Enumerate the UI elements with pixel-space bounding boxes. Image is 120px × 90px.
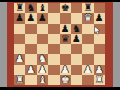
board-square[interactable] (82, 34, 93, 44)
piece-white-pawn[interactable]: ♟ (83, 65, 92, 75)
piece-black-king[interactable]: ♚ (61, 3, 70, 13)
board-square[interactable] (48, 44, 59, 54)
board-square[interactable] (48, 13, 59, 23)
piece-black-pawn[interactable]: ♟ (95, 13, 104, 23)
board-square[interactable] (60, 54, 71, 64)
piece-white-rook[interactable]: ♜ (15, 75, 24, 85)
board-square[interactable]: ♜ (94, 75, 105, 85)
board-square[interactable] (82, 24, 93, 34)
board-square[interactable] (25, 44, 36, 54)
board-square[interactable]: ♟ (14, 54, 25, 64)
board-square[interactable]: ♛ (60, 34, 71, 44)
board-square[interactable]: ♛ (82, 13, 93, 23)
piece-white-bishop[interactable]: ♝ (38, 75, 47, 85)
board-square[interactable]: ♜ (14, 3, 25, 13)
piece-black-knight[interactable]: ♞ (72, 24, 81, 34)
board-square[interactable] (94, 34, 105, 44)
board-square[interactable] (25, 75, 36, 85)
board-square[interactable]: ♜ (14, 75, 25, 85)
board-square[interactable] (14, 65, 25, 75)
piece-black-knight[interactable]: ♞ (27, 3, 36, 13)
board-square[interactable] (60, 13, 71, 23)
board-square[interactable] (25, 34, 36, 44)
right-gutter (113, 2, 120, 87)
piece-black-pawn[interactable]: ♟ (15, 13, 24, 23)
board-square[interactable] (82, 54, 93, 64)
board-square[interactable]: ♞ (71, 24, 82, 34)
left-gutter (0, 2, 7, 87)
board-square[interactable] (71, 54, 82, 64)
board-square[interactable] (82, 44, 93, 54)
piece-black-rook[interactable]: ♜ (15, 3, 24, 13)
board-square[interactable]: ♟ (37, 65, 48, 75)
board-square[interactable] (25, 54, 36, 64)
board-square[interactable] (94, 3, 105, 13)
board-square[interactable] (71, 65, 82, 75)
board-square[interactable] (37, 24, 48, 34)
board-square[interactable]: ♝ (37, 3, 48, 13)
piece-white-king[interactable]: ♚ (61, 75, 70, 85)
piece-black-pawn[interactable]: ♟ (38, 13, 47, 23)
piece-white-knight[interactable]: ♞ (38, 54, 47, 64)
board-square[interactable] (82, 75, 93, 85)
board-square[interactable] (48, 54, 59, 64)
board-square[interactable]: ♞ (37, 54, 48, 64)
board-square[interactable]: ♚ (60, 3, 71, 13)
piece-black-rook[interactable]: ♜ (83, 3, 92, 13)
board-square[interactable] (37, 34, 48, 44)
board-square[interactable] (37, 44, 48, 54)
board-square[interactable] (14, 24, 25, 34)
piece-white-pawn[interactable]: ♟ (15, 54, 24, 64)
board-square[interactable]: ♟ (71, 34, 82, 44)
piece-white-pawn[interactable]: ♟ (61, 65, 70, 75)
board-square[interactable] (48, 65, 59, 75)
board-square[interactable] (71, 75, 82, 85)
board-square[interactable] (48, 75, 59, 85)
piece-white-pawn[interactable]: ♟ (95, 65, 104, 75)
board-square[interactable] (48, 3, 59, 13)
board-square[interactable] (71, 44, 82, 54)
board-square[interactable]: ♝ (37, 75, 48, 85)
piece-black-pawn[interactable]: ♟ (61, 24, 70, 34)
board-square[interactable]: ♟ (25, 65, 36, 75)
piece-white-pawn[interactable]: ♟ (27, 65, 36, 75)
piece-white-rook[interactable]: ♜ (95, 75, 104, 85)
piece-black-bishop[interactable]: ♝ (38, 3, 47, 13)
board-square[interactable]: ♚ (60, 75, 71, 85)
board-square[interactable]: ♜ (82, 3, 93, 13)
board-square[interactable]: ♞ (25, 3, 36, 13)
board-square[interactable]: ♟ (25, 13, 36, 23)
board-square[interactable] (71, 3, 82, 13)
board-square[interactable]: ♟ (60, 24, 71, 34)
board-square[interactable] (48, 24, 59, 34)
board-square[interactable] (94, 24, 105, 34)
board-square[interactable]: ♟ (60, 65, 71, 75)
board-square[interactable] (94, 44, 105, 54)
piece-black-pawn[interactable]: ♟ (72, 34, 81, 44)
board-square[interactable]: ♟ (82, 65, 93, 75)
board-square[interactable]: ♟ (94, 13, 105, 23)
board-square[interactable] (94, 54, 105, 64)
piece-white-queen[interactable]: ♛ (83, 13, 92, 23)
board-square[interactable]: ♟ (37, 13, 48, 23)
piece-black-queen[interactable]: ♛ (61, 34, 70, 44)
board-square[interactable] (14, 34, 25, 44)
board-square[interactable] (25, 24, 36, 34)
board-square[interactable]: ♟ (94, 65, 105, 75)
piece-black-pawn[interactable]: ♟ (27, 13, 36, 23)
board-square[interactable] (48, 34, 59, 44)
piece-white-pawn[interactable]: ♟ (38, 65, 47, 75)
board-square[interactable] (14, 44, 25, 54)
board-square[interactable] (71, 13, 82, 23)
chess-board[interactable]: ♜♞♝♚♜♟♟♟♛♟♟♞♛♟♟♞♟♟♟♟♟♜♝♚♜ (14, 3, 105, 85)
board-square[interactable] (60, 44, 71, 54)
chess-app-window: ♜♞♝♚♜♟♟♟♛♟♟♞♛♟♟♞♟♟♟♟♟♜♝♚♜ (0, 0, 120, 90)
board-square[interactable]: ♟ (14, 13, 25, 23)
